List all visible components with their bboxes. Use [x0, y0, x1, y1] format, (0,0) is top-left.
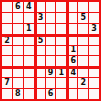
- cell-r9c2[interactable]: 8: [13, 89, 23, 99]
- cell-r1c3[interactable]: 4: [24, 2, 34, 12]
- cell-r3c5[interactable]: [46, 24, 56, 34]
- cell-r7c6[interactable]: 1: [56, 67, 66, 77]
- cell-r5c7[interactable]: 1: [67, 46, 77, 56]
- cell-r1c5[interactable]: [46, 2, 56, 12]
- cell-r1c9[interactable]: [89, 2, 99, 12]
- cell-r6c4[interactable]: [35, 56, 45, 66]
- cell-r5c5[interactable]: [46, 46, 56, 56]
- cell-r1c1[interactable]: [2, 2, 12, 12]
- cell-r8c1[interactable]: 7: [2, 78, 12, 88]
- cell-r7c4[interactable]: [35, 67, 45, 77]
- cell-r8c6[interactable]: [56, 78, 66, 88]
- cell-r6c1[interactable]: [2, 56, 12, 66]
- cell-r3c7[interactable]: [67, 24, 77, 34]
- cell-r4c6[interactable]: [56, 35, 66, 45]
- cell-r2c7[interactable]: [67, 13, 77, 23]
- cell-r4c3[interactable]: [24, 35, 34, 45]
- cell-r4c7[interactable]: [67, 35, 77, 45]
- cell-r9c5[interactable]: 6: [46, 89, 56, 99]
- cell-r9c4[interactable]: [35, 89, 45, 99]
- cell-r6c5[interactable]: [46, 56, 56, 66]
- cell-r8c5[interactable]: [46, 78, 56, 88]
- cell-r9c3[interactable]: [24, 89, 34, 99]
- cell-r5c6[interactable]: [56, 46, 66, 56]
- cell-r7c2[interactable]: [13, 67, 23, 77]
- cell-r9c8[interactable]: [78, 89, 88, 99]
- cell-r9c1[interactable]: [2, 89, 12, 99]
- cell-r6c3[interactable]: [24, 56, 34, 66]
- cell-r3c2[interactable]: [13, 24, 23, 34]
- cell-r8c2[interactable]: [13, 78, 23, 88]
- sudoku-board: 64351325169147286: [0, 0, 101, 101]
- cell-r1c2[interactable]: 6: [13, 2, 23, 12]
- cell-r1c8[interactable]: [78, 2, 88, 12]
- cell-r2c6[interactable]: [56, 13, 66, 23]
- cell-r7c7[interactable]: 4: [67, 67, 77, 77]
- cell-r7c8[interactable]: [78, 67, 88, 77]
- cell-r4c8[interactable]: [78, 35, 88, 45]
- cell-r3c9[interactable]: 3: [89, 24, 99, 34]
- cell-r2c9[interactable]: [89, 13, 99, 23]
- cell-r5c8[interactable]: [78, 46, 88, 56]
- cell-r2c1[interactable]: [2, 13, 12, 23]
- cell-r3c3[interactable]: 1: [24, 24, 34, 34]
- cell-r2c2[interactable]: [13, 13, 23, 23]
- cell-r1c4[interactable]: [35, 2, 45, 12]
- cell-r9c9[interactable]: [89, 89, 99, 99]
- cell-r4c9[interactable]: [89, 35, 99, 45]
- cell-r5c3[interactable]: [24, 46, 34, 56]
- cell-r7c1[interactable]: [2, 67, 12, 77]
- cell-r9c6[interactable]: [56, 89, 66, 99]
- cell-r8c7[interactable]: [67, 78, 77, 88]
- cell-r5c9[interactable]: [89, 46, 99, 56]
- cell-r2c3[interactable]: [24, 13, 34, 23]
- cell-r3c6[interactable]: [56, 24, 66, 34]
- cell-r8c3[interactable]: [24, 78, 34, 88]
- cell-r8c4[interactable]: [35, 78, 45, 88]
- cell-r4c5[interactable]: [46, 35, 56, 45]
- cell-r3c8[interactable]: [78, 24, 88, 34]
- cell-r2c5[interactable]: [46, 13, 56, 23]
- cell-r3c1[interactable]: [2, 24, 12, 34]
- cell-r7c9[interactable]: [89, 67, 99, 77]
- cell-r6c8[interactable]: [78, 56, 88, 66]
- cell-r5c4[interactable]: [35, 46, 45, 56]
- cell-r7c5[interactable]: 9: [46, 67, 56, 77]
- cell-r6c6[interactable]: [56, 56, 66, 66]
- cell-r6c7[interactable]: 6: [67, 56, 77, 66]
- cell-r4c4[interactable]: 5: [35, 35, 45, 45]
- cell-r3c4[interactable]: [35, 24, 45, 34]
- cell-r4c1[interactable]: 2: [2, 35, 12, 45]
- cell-r6c9[interactable]: [89, 56, 99, 66]
- cell-r8c9[interactable]: [89, 78, 99, 88]
- cell-r4c2[interactable]: [13, 35, 23, 45]
- cell-r5c2[interactable]: [13, 46, 23, 56]
- cell-r9c7[interactable]: [67, 89, 77, 99]
- cell-r1c6[interactable]: [56, 2, 66, 12]
- cell-r8c8[interactable]: 2: [78, 78, 88, 88]
- cell-r2c4[interactable]: 3: [35, 13, 45, 23]
- cell-r1c7[interactable]: [67, 2, 77, 12]
- cell-r6c2[interactable]: [13, 56, 23, 66]
- cell-r2c8[interactable]: 5: [78, 13, 88, 23]
- cell-r5c1[interactable]: [2, 46, 12, 56]
- cell-r7c3[interactable]: [24, 67, 34, 77]
